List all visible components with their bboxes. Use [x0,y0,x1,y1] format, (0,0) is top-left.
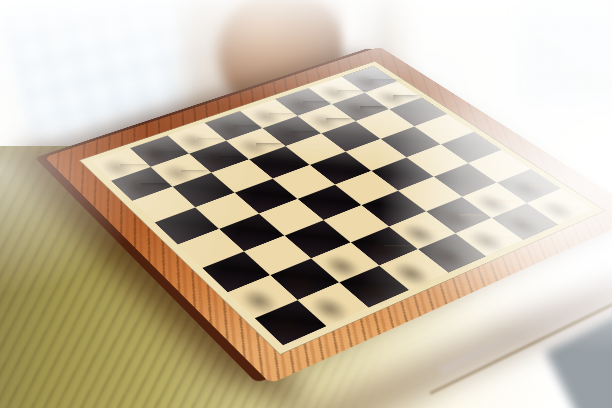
square-e2 [389,212,455,250]
piece-glyph: ♟ [323,43,398,108]
piece-shadow [356,234,407,266]
square-e3 [361,191,426,227]
piece-glyph: ♞ [280,214,386,306]
piece-glyph: ♜ [516,131,604,208]
square-g2 [462,183,527,218]
square-a1 [255,300,327,345]
square-e4 [335,171,398,205]
square-h1 [527,189,593,225]
piece-shadow [302,110,346,134]
piece-shadow [370,87,413,109]
square-f7 [297,104,355,133]
piece-glyph: ♞ [288,6,386,91]
square-d6 [249,146,310,178]
piece-shadow [279,93,322,116]
piece-shadow [502,175,551,203]
wall-patch [185,0,400,141]
piece-glyph: ♝ [320,194,428,288]
piece-shadow [155,160,200,187]
chess-board: ♜♞♝♚♛♝♞♜♟♟♟♟♟♟♟♟♟♟♟♟♟♟♟♟♜♞♝♚♛♝♞♜ [45,47,612,384]
piece-shadow [267,122,311,147]
piece-glyph: ♚ [208,9,330,115]
square-e5 [310,152,372,185]
piece-glyph: ♞ [107,61,212,152]
square-h3 [468,150,530,183]
square-c2 [311,242,379,282]
photo-chess-scene: ♜♞♝♚♛♝♞♜♟♟♟♟♟♟♟♟♟♟♟♟♟♟♟♟♜♞♝♚♛♝♞♜ [0,0,612,408]
square-f8 [275,88,332,116]
piece-glyph: ♟ [264,210,345,281]
piece-shadow [134,141,178,167]
square-a5 [155,207,219,244]
square-c4 [259,199,324,236]
board-shadow [5,129,314,408]
square-a2 [228,275,298,318]
piece-shadow [468,189,518,218]
piece-shadow [116,173,161,201]
piece-shadow [313,82,355,104]
square-h6 [389,98,447,127]
piece-shadow [233,283,285,318]
square-b7 [151,154,212,187]
square-c7 [189,141,249,173]
piece-shadow [346,71,388,93]
light-haze-top [0,0,612,408]
piece-glyph: ♝ [438,149,540,238]
square-a8 [91,148,151,181]
globe [218,0,346,116]
wood-grain [0,146,612,408]
piece-glyph: ♚ [391,148,512,254]
piece-glyph: ♟ [140,101,221,171]
square-h2 [497,169,561,203]
square-e6 [286,134,346,166]
piece-glyph: ♟ [421,150,497,216]
piece-shadow [231,134,275,159]
plank-seam [504,174,612,264]
piece-shadow [336,98,379,121]
square-g4 [407,144,469,176]
table-edge-highlight [438,232,612,374]
piece-glyph: ♝ [252,13,355,102]
square-g8 [309,77,365,104]
square-a7 [111,167,172,201]
piece-shadow [461,225,513,256]
square-b2 [270,259,339,301]
piece-shadow [432,204,482,234]
piece-shadow [209,117,252,141]
upholstered-chair [0,0,269,217]
piece-shadow [172,129,215,154]
piece-glyph: ♞ [476,138,573,222]
board-frame [45,47,612,384]
square-g3 [434,163,497,197]
square-c5 [235,179,298,214]
square-b5 [195,193,259,229]
piece-shadow [245,105,288,129]
piece-shadow [276,266,328,300]
square-g1 [492,203,559,240]
piece-glyph: ♜ [325,3,414,80]
board-squares: ♜♞♝♚♛♝♞♜♟♟♟♟♟♟♟♟♟♟♟♟♟♟♟♟♜♞♝♚♛♝♞♜ [91,66,593,345]
square-b6 [172,173,234,208]
square-b3 [244,236,311,276]
piece-shadow [317,250,368,283]
piece-shadow [260,309,314,346]
square-d4 [298,185,362,220]
piece-glyph: ♟ [305,194,385,263]
square-h5 [414,114,474,144]
plank-seam [339,185,612,332]
table-surface [0,146,612,408]
square-f5 [346,139,407,171]
piece-glyph: ♟ [288,54,364,120]
square-d3 [324,205,389,242]
piece-glyph: ♟ [356,32,430,96]
square-a4 [178,229,244,268]
square-g7 [332,93,389,122]
piece-glyph: ♛ [355,168,473,270]
square-c8 [168,123,227,154]
square-e7 [262,116,321,146]
piece-shadow [497,210,548,240]
square-d2 [351,227,418,266]
square-h8 [341,66,397,93]
piece-glyph: ♟ [217,77,295,145]
square-a3 [202,252,270,293]
square-f2 [426,197,492,233]
square-b1 [298,283,369,327]
board-border [79,61,606,355]
square-f1 [455,218,522,256]
light-bloom-right [0,0,612,408]
piece-glyph: ♟ [101,114,183,185]
square-h4 [441,132,502,163]
square-b8 [130,135,189,167]
square-f3 [398,177,462,212]
piece-shadow [533,196,584,225]
floor-corner [545,252,612,408]
square-d7 [226,128,285,159]
square-d5 [273,165,335,199]
plank-seam [429,261,612,395]
white-pillar [344,0,386,116]
piece-glyph: ♟ [221,226,303,298]
square-c6 [211,159,272,192]
square-d1 [379,249,448,290]
piece-glyph: ♝ [143,46,250,139]
square-g5 [381,126,441,157]
square-h7 [365,82,422,110]
white-chair [520,0,612,104]
square-f6 [321,121,380,152]
piece-glyph: ♟ [457,136,532,201]
square-g6 [356,109,415,139]
piece-glyph: ♟ [179,89,259,158]
board-shadow [241,268,612,408]
square-e1 [418,233,486,272]
square-c1 [339,266,409,308]
piece-glyph: ♟ [492,123,566,187]
piece-glyph: ♟ [345,179,423,247]
piece-shadow [303,291,356,326]
piece-glyph: ♜ [241,238,340,324]
square-c3 [284,220,350,258]
square-b4 [219,214,284,252]
piece-glyph: ♟ [253,65,330,132]
piece-glyph: ♜ [71,80,169,166]
piece-shadow [395,219,446,250]
square-a6 [132,187,195,223]
piece-glyph: ♛ [174,25,292,127]
piece-shadow [345,274,398,308]
piece-glyph: ♟ [384,164,461,231]
square-e8 [240,99,297,128]
piece-shadow [385,257,438,290]
light-haze-left [0,0,612,408]
square-f4 [371,157,433,190]
square-d8 [204,111,262,141]
piece-shadow [95,154,139,180]
piece-shadow [424,241,476,273]
piece-shadow [194,147,238,173]
